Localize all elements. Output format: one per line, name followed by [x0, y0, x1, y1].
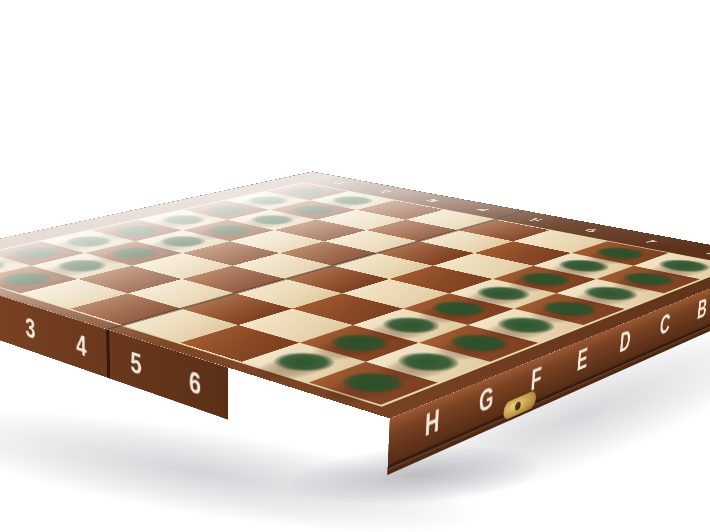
file-label-e: E: [559, 334, 606, 386]
rank-label-4: 4: [64, 316, 98, 375]
fold-seam-rim: [106, 329, 110, 379]
piece-glyph: ♟: [155, 184, 211, 244]
rank-label-3: 3: [14, 300, 47, 357]
piece-glyph: ♟: [105, 194, 163, 256]
chess-photo-page: { "game": "chess", "description": "Overh…: [0, 0, 710, 532]
rank-label-7: 7: [238, 371, 280, 438]
chess-board: ♜♝♞♚♛♞♝♜♟♟♟♟♟♟♟♟♟♟♟♟♟♟♟♟♜♝♞♚♛♞♝♜ 1234567…: [0, 171, 710, 418]
piece-glyph: ♟: [52, 205, 112, 269]
piece-glyph: ♜: [325, 285, 421, 387]
file-label-g: G: [459, 372, 513, 429]
chess-set-photo: ♜♝♞♚♛♞♝♜♟♟♟♟♟♟♟♟♟♟♟♟♟♟♟♟♜♝♞♚♛♞♝♜ 1234567…: [0, 0, 710, 532]
file-label-c: C: [644, 301, 686, 348]
piece-glyph: ♟: [0, 216, 57, 282]
file-label-f: F: [511, 352, 561, 406]
file-label-h: H: [403, 393, 461, 453]
rank-label-6: 6: [176, 351, 215, 415]
rank-label-5: 5: [118, 333, 154, 394]
file-label-d: D: [603, 317, 647, 366]
file-label-b: B: [683, 286, 710, 331]
